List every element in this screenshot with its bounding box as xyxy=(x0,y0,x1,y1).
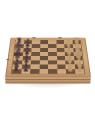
board-square[interactable]: ♟ xyxy=(20,69,29,74)
board-square[interactable] xyxy=(48,44,56,48)
fold-seam xyxy=(5,79,91,80)
board-square[interactable] xyxy=(39,48,47,52)
scene: ♜♟♟♜♞♟♟♞♝♟♟♝♛♟♟♛♚♟♟♚♝♟♟♝♞♟♟♞♜♟♟♜ xyxy=(0,0,95,126)
board-square[interactable]: ♜ xyxy=(11,69,20,74)
piece-black-rook[interactable]: ♜ xyxy=(12,65,19,73)
piece-white-pawn[interactable]: ♟ xyxy=(67,66,73,73)
board-square[interactable] xyxy=(56,69,65,74)
board-square[interactable] xyxy=(56,44,64,48)
clasp-icon xyxy=(6,59,9,61)
board-square[interactable] xyxy=(29,69,38,74)
chess-set-photo: ♜♟♟♜♞♟♟♞♝♟♟♝♛♟♟♛♚♟♟♚♝♟♟♝♞♟♟♞♜♟♟♜ xyxy=(0,0,95,126)
board-frame: ♜♟♟♜♞♟♟♞♝♟♟♝♛♟♟♛♚♟♟♚♝♟♟♝♞♟♟♞♜♟♟♜ xyxy=(5,38,91,77)
board-square[interactable] xyxy=(39,44,47,48)
chess-board: ♜♟♟♜♞♟♟♞♝♟♟♝♛♟♟♛♚♟♟♚♝♟♟♝♞♟♟♞♜♟♟♜ xyxy=(11,40,83,73)
hinge-icon xyxy=(31,37,35,38)
board-square[interactable]: ♜ xyxy=(74,69,83,74)
board-square[interactable] xyxy=(56,48,64,52)
board-square[interactable] xyxy=(48,48,56,52)
board-square[interactable] xyxy=(31,44,39,48)
piece-white-rook[interactable]: ♜ xyxy=(76,65,83,73)
board-square[interactable] xyxy=(48,69,57,74)
hinge-icon xyxy=(58,37,62,38)
box-front-edge xyxy=(5,76,91,83)
board-square[interactable] xyxy=(31,48,39,52)
board-square[interactable]: ♟ xyxy=(65,69,74,74)
board-square[interactable] xyxy=(38,69,47,74)
piece-black-pawn[interactable]: ♟ xyxy=(22,66,28,73)
